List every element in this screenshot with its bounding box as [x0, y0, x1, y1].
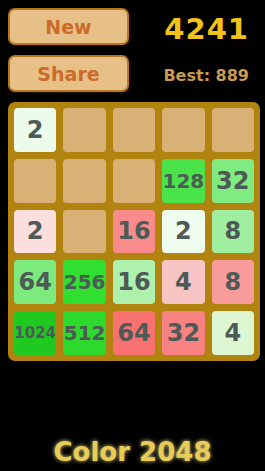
score-value: 4241 [164, 12, 249, 46]
tile-4: 4 [212, 311, 254, 355]
tile-2: 2 [162, 210, 204, 254]
tile-128: 128 [162, 159, 204, 203]
tile-256: 256 [63, 260, 105, 304]
empty-cell [162, 108, 204, 152]
tile-64: 64 [113, 311, 155, 355]
tile-16: 16 [113, 260, 155, 304]
tile-2: 2 [14, 210, 56, 254]
tile-64: 64 [14, 260, 56, 304]
tile-32: 32 [212, 159, 254, 203]
empty-cell [14, 159, 56, 203]
tile-1024: 1024 [14, 311, 56, 355]
app-title: Color 2048 [0, 437, 265, 467]
game-board[interactable]: 21283221628642561648102451264324 [8, 102, 260, 361]
tile-2: 2 [14, 108, 56, 152]
tile-32: 32 [162, 311, 204, 355]
tile-16: 16 [113, 210, 155, 254]
empty-cell [63, 159, 105, 203]
tile-4: 4 [162, 260, 204, 304]
empty-cell [113, 108, 155, 152]
empty-cell [212, 108, 254, 152]
empty-cell [113, 159, 155, 203]
best-score: Best: 889 [163, 66, 249, 85]
tile-8: 8 [212, 260, 254, 304]
new-button[interactable]: New [8, 8, 129, 45]
tile-512: 512 [63, 311, 105, 355]
empty-cell [63, 210, 105, 254]
tile-8: 8 [212, 210, 254, 254]
empty-cell [63, 108, 105, 152]
share-button[interactable]: Share [8, 55, 129, 92]
